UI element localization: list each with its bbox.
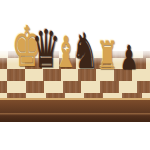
- white-rook: ♜: [96, 41, 118, 71]
- black-pawn: ♟: [120, 45, 138, 71]
- chess-set-photo: ♚♛♝♞♜♟: [0, 0, 150, 150]
- piece-layer: ♚♛♝♞♜♟: [0, 0, 150, 150]
- black-knight: ♞: [71, 33, 98, 71]
